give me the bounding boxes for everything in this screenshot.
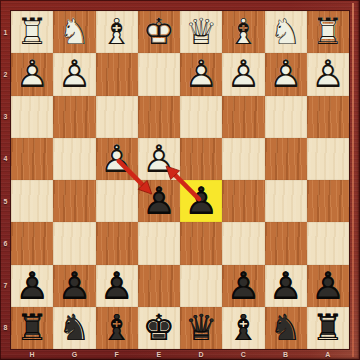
square-e2[interactable] bbox=[138, 53, 180, 95]
square-g8[interactable]: ♞♘ bbox=[53, 307, 95, 349]
square-e7[interactable] bbox=[138, 265, 180, 307]
rank-label-8: 8 bbox=[0, 307, 11, 349]
piece-white-bishop[interactable]: ♝♗ bbox=[96, 11, 138, 53]
square-b6[interactable] bbox=[265, 222, 307, 264]
square-f3[interactable] bbox=[96, 96, 138, 138]
square-h1[interactable]: ♜♖ bbox=[11, 11, 53, 53]
square-a2[interactable]: ♟♙ bbox=[307, 53, 349, 95]
square-e1[interactable]: ♚♔ bbox=[138, 11, 180, 53]
square-c2[interactable]: ♟♙ bbox=[222, 53, 264, 95]
square-c7[interactable]: ♟♙ bbox=[222, 265, 264, 307]
rank-label-6: 6 bbox=[0, 222, 11, 264]
piece-white-pawn[interactable]: ♟♙ bbox=[307, 53, 349, 95]
piece-black-pawn[interactable]: ♟♙ bbox=[180, 180, 222, 222]
piece-white-bishop[interactable]: ♝♗ bbox=[222, 11, 264, 53]
square-f7[interactable]: ♟♙ bbox=[96, 265, 138, 307]
square-g3[interactable] bbox=[53, 96, 95, 138]
piece-white-knight[interactable]: ♞♘ bbox=[265, 11, 307, 53]
piece-black-rook[interactable]: ♜♖ bbox=[307, 307, 349, 349]
piece-white-pawn[interactable]: ♟♙ bbox=[11, 53, 53, 95]
square-b3[interactable] bbox=[265, 96, 307, 138]
square-c3[interactable] bbox=[222, 96, 264, 138]
file-label-e: E bbox=[138, 349, 180, 360]
square-a3[interactable] bbox=[307, 96, 349, 138]
piece-black-bishop[interactable]: ♝♗ bbox=[222, 307, 264, 349]
piece-black-king[interactable]: ♚♔ bbox=[138, 307, 180, 349]
piece-black-pawn[interactable]: ♟♙ bbox=[222, 265, 264, 307]
piece-white-pawn[interactable]: ♟♙ bbox=[180, 53, 222, 95]
square-e6[interactable] bbox=[138, 222, 180, 264]
square-d4[interactable] bbox=[180, 138, 222, 180]
piece-black-rook[interactable]: ♜♖ bbox=[11, 307, 53, 349]
file-label-f: F bbox=[96, 349, 138, 360]
piece-black-pawn[interactable]: ♟♙ bbox=[53, 265, 95, 307]
square-d7[interactable] bbox=[180, 265, 222, 307]
square-a1[interactable]: ♜♖ bbox=[307, 11, 349, 53]
square-b2[interactable]: ♟♙ bbox=[265, 53, 307, 95]
square-b4[interactable] bbox=[265, 138, 307, 180]
chessboard: ♜♖♞♘♝♗♚♔♛♕♝♗♞♘♜♖♟♙♟♙♟♙♟♙♟♙♟♙♟♙♟♙♟♙♟♙♟♙♟♙… bbox=[11, 11, 349, 349]
square-c4[interactable] bbox=[222, 138, 264, 180]
square-f8[interactable]: ♝♗ bbox=[96, 307, 138, 349]
square-c1[interactable]: ♝♗ bbox=[222, 11, 264, 53]
rank-label-2: 2 bbox=[0, 53, 11, 95]
piece-white-pawn[interactable]: ♟♙ bbox=[138, 138, 180, 180]
square-f4[interactable]: ♟♙ bbox=[96, 138, 138, 180]
piece-white-queen[interactable]: ♛♕ bbox=[180, 11, 222, 53]
square-a5[interactable] bbox=[307, 180, 349, 222]
piece-black-pawn[interactable]: ♟♙ bbox=[307, 265, 349, 307]
square-g6[interactable] bbox=[53, 222, 95, 264]
square-h4[interactable] bbox=[11, 138, 53, 180]
piece-black-pawn[interactable]: ♟♙ bbox=[138, 180, 180, 222]
square-h2[interactable]: ♟♙ bbox=[11, 53, 53, 95]
square-b1[interactable]: ♞♘ bbox=[265, 11, 307, 53]
square-h6[interactable] bbox=[11, 222, 53, 264]
square-h8[interactable]: ♜♖ bbox=[11, 307, 53, 349]
square-e8[interactable]: ♚♔ bbox=[138, 307, 180, 349]
rank-label-7: 7 bbox=[0, 265, 11, 307]
square-d5[interactable]: ♟♙ bbox=[180, 180, 222, 222]
piece-white-pawn[interactable]: ♟♙ bbox=[222, 53, 264, 95]
square-e4[interactable]: ♟♙ bbox=[138, 138, 180, 180]
square-h3[interactable] bbox=[11, 96, 53, 138]
rank-label-5: 5 bbox=[0, 180, 11, 222]
piece-black-pawn[interactable]: ♟♙ bbox=[96, 265, 138, 307]
square-g4[interactable] bbox=[53, 138, 95, 180]
square-c8[interactable]: ♝♗ bbox=[222, 307, 264, 349]
file-label-a: A bbox=[307, 349, 349, 360]
rank-label-3: 3 bbox=[0, 96, 11, 138]
piece-black-pawn[interactable]: ♟♙ bbox=[265, 265, 307, 307]
square-b7[interactable]: ♟♙ bbox=[265, 265, 307, 307]
board-frame: ♜♖♞♘♝♗♚♔♛♕♝♗♞♘♜♖♟♙♟♙♟♙♟♙♟♙♟♙♟♙♟♙♟♙♟♙♟♙♟♙… bbox=[0, 0, 360, 360]
piece-white-rook[interactable]: ♜♖ bbox=[11, 11, 53, 53]
rank-label-1: 1 bbox=[0, 11, 11, 53]
piece-black-queen[interactable]: ♛♕ bbox=[180, 307, 222, 349]
square-g7[interactable]: ♟♙ bbox=[53, 265, 95, 307]
piece-white-king[interactable]: ♚♔ bbox=[138, 11, 180, 53]
square-f1[interactable]: ♝♗ bbox=[96, 11, 138, 53]
square-a7[interactable]: ♟♙ bbox=[307, 265, 349, 307]
piece-white-pawn[interactable]: ♟♙ bbox=[96, 138, 138, 180]
square-h5[interactable] bbox=[11, 180, 53, 222]
square-h7[interactable]: ♟♙ bbox=[11, 265, 53, 307]
square-g2[interactable]: ♟♙ bbox=[53, 53, 95, 95]
piece-black-knight[interactable]: ♞♘ bbox=[53, 307, 95, 349]
file-label-h: H bbox=[11, 349, 53, 360]
rank-label-4: 4 bbox=[0, 138, 11, 180]
square-d8[interactable]: ♛♕ bbox=[180, 307, 222, 349]
square-f5[interactable] bbox=[96, 180, 138, 222]
file-label-c: C bbox=[222, 349, 264, 360]
square-c6[interactable] bbox=[222, 222, 264, 264]
file-label-b: B bbox=[265, 349, 307, 360]
file-label-d: D bbox=[180, 349, 222, 360]
square-d6[interactable] bbox=[180, 222, 222, 264]
square-a4[interactable] bbox=[307, 138, 349, 180]
piece-black-knight[interactable]: ♞♘ bbox=[265, 307, 307, 349]
square-f6[interactable] bbox=[96, 222, 138, 264]
square-b8[interactable]: ♞♘ bbox=[265, 307, 307, 349]
square-d1[interactable]: ♛♕ bbox=[180, 11, 222, 53]
square-g1[interactable]: ♞♘ bbox=[53, 11, 95, 53]
file-label-g: G bbox=[53, 349, 95, 360]
piece-white-pawn[interactable]: ♟♙ bbox=[53, 53, 95, 95]
piece-black-bishop[interactable]: ♝♗ bbox=[96, 307, 138, 349]
square-d2[interactable]: ♟♙ bbox=[180, 53, 222, 95]
piece-white-knight[interactable]: ♞♘ bbox=[53, 11, 95, 53]
square-e5[interactable]: ♟♙ bbox=[138, 180, 180, 222]
piece-white-rook[interactable]: ♜♖ bbox=[307, 11, 349, 53]
square-e3[interactable] bbox=[138, 96, 180, 138]
square-b5[interactable] bbox=[265, 180, 307, 222]
square-d3[interactable] bbox=[180, 96, 222, 138]
square-a8[interactable]: ♜♖ bbox=[307, 307, 349, 349]
square-g5[interactable] bbox=[53, 180, 95, 222]
piece-white-pawn[interactable]: ♟♙ bbox=[265, 53, 307, 95]
square-a6[interactable] bbox=[307, 222, 349, 264]
piece-black-pawn[interactable]: ♟♙ bbox=[11, 265, 53, 307]
square-c5[interactable] bbox=[222, 180, 264, 222]
square-f2[interactable] bbox=[96, 53, 138, 95]
